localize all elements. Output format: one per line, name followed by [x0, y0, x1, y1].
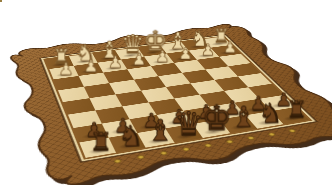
piece-white-pawn-b2[interactable]: ♟: [78, 39, 103, 74]
piece-white-pawn-f2[interactable]: ♟: [173, 28, 197, 61]
piece-black-rook-a8[interactable]: ♜: [85, 112, 116, 155]
piece-white-pawn-g2[interactable]: ♟: [196, 25, 220, 58]
chess-board: ♜♞♝♛♚♝♞♜♟♟♟♟♟♟♟♟♟♟♟♟♟♟♟♟♜♞♝♛♚♝♞♜: [0, 18, 332, 185]
piece-white-pawn-e2[interactable]: ♟: [150, 30, 174, 64]
piece-white-pawn-a2[interactable]: ♟: [53, 42, 78, 77]
photo-scene: ♜♞♝♛♚♝♞♜♟♟♟♟♟♟♟♟♟♟♟♟♟♟♟♟♜♞♝♛♚♝♞♜: [0, 0, 332, 185]
brass-latch-front: [0, 0, 2, 2]
piece-black-queen-d8[interactable]: ♛: [174, 98, 204, 139]
chess-set-photo[interactable]: ♜♞♝♛♚♝♞♜♟♟♟♟♟♟♟♟♟♟♟♟♟♟♟♟♜♞♝♛♚♝♞♜: [0, 0, 332, 185]
piece-white-pawn-c2[interactable]: ♟: [103, 36, 128, 70]
piece-white-pawn-h2[interactable]: ♟: [218, 22, 242, 55]
piece-white-pawn-d2[interactable]: ♟: [127, 33, 152, 67]
piece-black-knight-g8[interactable]: ♞: [256, 86, 285, 126]
piece-black-rook-h8[interactable]: ♜: [282, 82, 311, 122]
piece-black-knight-b8[interactable]: ♞: [116, 107, 147, 149]
piece-black-bishop-c8[interactable]: ♝: [145, 103, 175, 145]
piece-black-king-e8[interactable]: ♚: [202, 94, 232, 135]
piece-black-bishop-f8[interactable]: ♝: [229, 90, 258, 131]
